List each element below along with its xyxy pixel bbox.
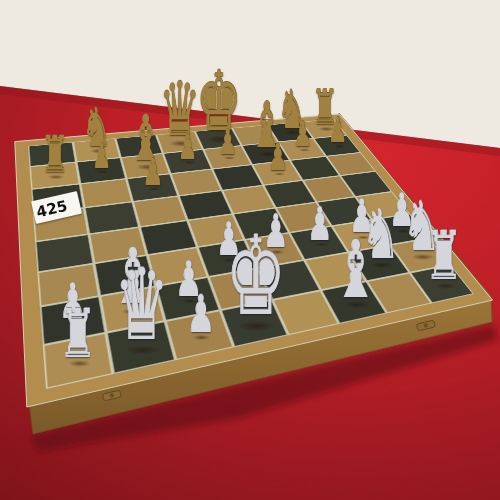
piece-silver-pawn-f3[interactable]: ♟ xyxy=(308,202,333,248)
piece-silver-bishop-f1[interactable]: ♝ xyxy=(334,229,378,309)
lot-number: 425 xyxy=(35,196,70,221)
auction-photo-chess-set: { "game": "chess", "scene": { "descripti… xyxy=(0,0,500,500)
piece-gold-pawn-f6[interactable]: ♟ xyxy=(268,139,289,176)
piece-gold-pawn-e7[interactable]: ♟ xyxy=(219,127,238,161)
piece-gold-pawn-h7[interactable]: ♟ xyxy=(329,115,348,149)
piece-silver-rook-a1[interactable]: ♜ xyxy=(60,300,97,367)
piece-silver-pawn-c1[interactable]: ♟ xyxy=(186,289,215,341)
piece-gold-pawn-g7[interactable]: ♟ xyxy=(294,119,313,153)
piece-gold-rook-a7[interactable]: ♜ xyxy=(41,130,69,180)
photo-scene: ♜♞♚♛♟♟♞♝♟♟♝♟♟♜♟♟♟♟♟♞♟♞♜♟♝♝♟♚♟♛♜ 425 xyxy=(0,0,500,500)
pieces-layer: ♜♞♚♛♟♟♞♝♟♟♝♟♟♜♟♟♟♟♟♞♟♞♜♟♝♝♟♚♟♛♜ xyxy=(0,0,500,500)
piece-gold-pawn-c6[interactable]: ♟ xyxy=(143,154,164,191)
piece-silver-queen-b1[interactable]: ♛ xyxy=(114,256,169,355)
piece-silver-king-d1[interactable]: ♚ xyxy=(225,222,286,332)
piece-gold-pawn-b7[interactable]: ♟ xyxy=(92,140,111,174)
piece-gold-pawn-d7[interactable]: ♟ xyxy=(179,131,198,165)
piece-silver-rook-h1[interactable]: ♜ xyxy=(426,223,463,290)
